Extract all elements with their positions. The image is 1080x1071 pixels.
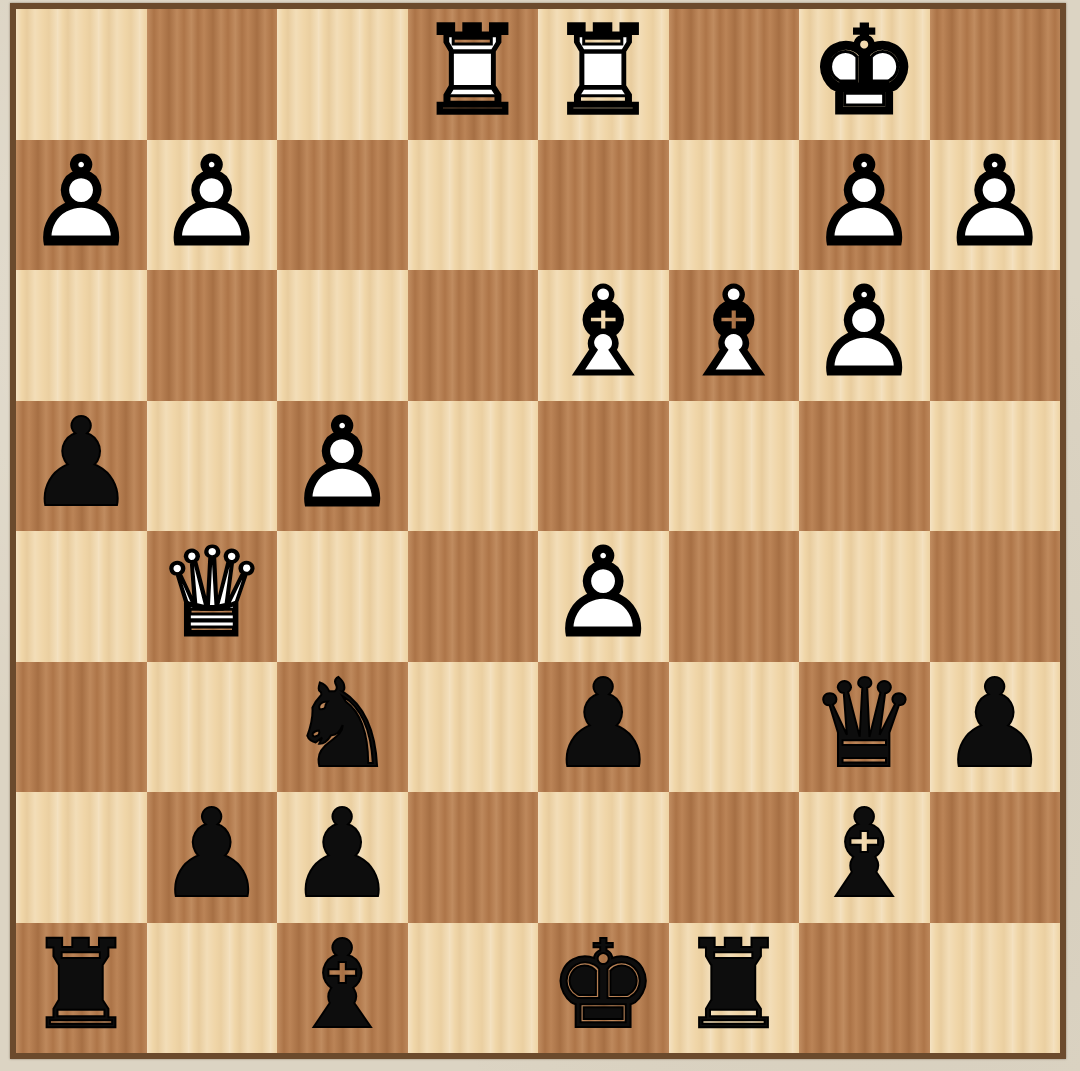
white-bishop-piece: ♝♗ [669, 270, 800, 401]
square-g3[interactable] [147, 270, 278, 401]
black-pawn-piece: ♟ [16, 401, 147, 532]
black-queen-piece: ♛ [799, 662, 930, 793]
square-a7[interactable] [930, 792, 1061, 923]
square-g1[interactable] [147, 9, 278, 140]
black-king-glyph: ♚ [538, 920, 669, 1051]
black-queen-glyph: ♛ [799, 659, 930, 790]
square-g7[interactable]: ♟ [147, 792, 278, 923]
square-g2[interactable]: ♟♙ [147, 140, 278, 271]
white-rook-piece: ♜♖ [538, 9, 669, 140]
square-f4[interactable]: ♟♙ [277, 401, 408, 532]
square-e1[interactable]: ♜♖ [408, 9, 539, 140]
square-e6[interactable] [408, 662, 539, 793]
square-e8[interactable] [408, 923, 539, 1054]
white-bishop-outline: ♗ [538, 267, 669, 398]
white-pawn-piece: ♟♙ [799, 140, 930, 271]
square-d4[interactable] [538, 401, 669, 532]
black-pawn-glyph: ♟ [16, 398, 147, 529]
square-c4[interactable] [669, 401, 800, 532]
square-d7[interactable] [538, 792, 669, 923]
black-pawn-glyph: ♟ [930, 659, 1061, 790]
square-a2[interactable]: ♟♙ [930, 140, 1061, 271]
square-d3[interactable]: ♝♗ [538, 270, 669, 401]
square-f3[interactable] [277, 270, 408, 401]
white-bishop-piece: ♝♗ [538, 270, 669, 401]
black-knight-glyph: ♞ [277, 659, 408, 790]
square-e2[interactable] [408, 140, 539, 271]
black-king-piece: ♚ [538, 923, 669, 1054]
square-h4[interactable]: ♟ [16, 401, 147, 532]
square-c3[interactable]: ♝♗ [669, 270, 800, 401]
square-g4[interactable] [147, 401, 278, 532]
black-rook-piece: ♜ [16, 923, 147, 1054]
square-h3[interactable] [16, 270, 147, 401]
square-c7[interactable] [669, 792, 800, 923]
black-bishop-glyph: ♝ [277, 920, 408, 1051]
square-f6[interactable]: ♞ [277, 662, 408, 793]
square-e5[interactable] [408, 531, 539, 662]
square-d1[interactable]: ♜♖ [538, 9, 669, 140]
square-e7[interactable] [408, 792, 539, 923]
white-pawn-outline: ♙ [799, 267, 930, 398]
square-e4[interactable] [408, 401, 539, 532]
square-h6[interactable] [16, 662, 147, 793]
white-queen-outline: ♕ [147, 528, 278, 659]
black-pawn-glyph: ♟ [277, 789, 408, 920]
white-pawn-outline: ♙ [147, 137, 278, 268]
white-bishop-outline: ♗ [669, 267, 800, 398]
white-pawn-outline: ♙ [799, 137, 930, 268]
white-rook-outline: ♖ [408, 6, 539, 137]
black-pawn-piece: ♟ [538, 662, 669, 793]
white-pawn-outline: ♙ [538, 528, 669, 659]
square-a6[interactable]: ♟ [930, 662, 1061, 793]
white-pawn-piece: ♟♙ [799, 270, 930, 401]
square-b4[interactable] [799, 401, 930, 532]
square-g5[interactable]: ♛♕ [147, 531, 278, 662]
square-f7[interactable]: ♟ [277, 792, 408, 923]
black-rook-piece: ♜ [669, 923, 800, 1054]
white-pawn-piece: ♟♙ [538, 531, 669, 662]
square-h8[interactable]: ♜ [16, 923, 147, 1054]
black-rook-glyph: ♜ [16, 920, 147, 1051]
square-c8[interactable]: ♜ [669, 923, 800, 1054]
chess-board: ♜♖♜♖♚♔♟♙♟♙♟♙♟♙♝♗♝♗♟♙♟♟♙♛♕♟♙♞♟♛♟♟♟♝♜♝♚♜ [16, 9, 1060, 1053]
white-pawn-outline: ♙ [277, 398, 408, 529]
square-b2[interactable]: ♟♙ [799, 140, 930, 271]
white-pawn-piece: ♟♙ [930, 140, 1061, 271]
white-king-outline: ♔ [799, 6, 930, 137]
square-c6[interactable] [669, 662, 800, 793]
square-d6[interactable]: ♟ [538, 662, 669, 793]
square-g8[interactable] [147, 923, 278, 1054]
square-f8[interactable]: ♝ [277, 923, 408, 1054]
white-queen-piece: ♛♕ [147, 531, 278, 662]
square-h5[interactable] [16, 531, 147, 662]
square-f2[interactable] [277, 140, 408, 271]
square-d5[interactable]: ♟♙ [538, 531, 669, 662]
square-b3[interactable]: ♟♙ [799, 270, 930, 401]
square-b6[interactable]: ♛ [799, 662, 930, 793]
black-knight-piece: ♞ [277, 662, 408, 793]
black-rook-glyph: ♜ [669, 920, 800, 1051]
square-d8[interactable]: ♚ [538, 923, 669, 1054]
square-g6[interactable] [147, 662, 278, 793]
square-b1[interactable]: ♚♔ [799, 9, 930, 140]
white-pawn-outline: ♙ [16, 137, 147, 268]
square-a1[interactable] [930, 9, 1061, 140]
square-f5[interactable] [277, 531, 408, 662]
square-d2[interactable] [538, 140, 669, 271]
square-a5[interactable] [930, 531, 1061, 662]
square-e3[interactable] [408, 270, 539, 401]
black-pawn-piece: ♟ [277, 792, 408, 923]
black-bishop-glyph: ♝ [799, 789, 930, 920]
white-rook-piece: ♜♖ [408, 9, 539, 140]
white-rook-outline: ♖ [538, 6, 669, 137]
white-king-piece: ♚♔ [799, 9, 930, 140]
square-b8[interactable] [799, 923, 930, 1054]
square-c1[interactable] [669, 9, 800, 140]
square-f1[interactable] [277, 9, 408, 140]
square-b7[interactable]: ♝ [799, 792, 930, 923]
white-pawn-piece: ♟♙ [16, 140, 147, 271]
chess-board-frame: ♜♖♜♖♚♔♟♙♟♙♟♙♟♙♝♗♝♗♟♙♟♟♙♛♕♟♙♞♟♛♟♟♟♝♜♝♚♜ [10, 3, 1066, 1059]
square-h7[interactable] [16, 792, 147, 923]
square-b5[interactable] [799, 531, 930, 662]
square-c5[interactable] [669, 531, 800, 662]
black-pawn-piece: ♟ [147, 792, 278, 923]
white-pawn-piece: ♟♙ [277, 401, 408, 532]
black-bishop-piece: ♝ [277, 923, 408, 1054]
black-pawn-piece: ♟ [930, 662, 1061, 793]
square-c2[interactable] [669, 140, 800, 271]
black-pawn-glyph: ♟ [147, 789, 278, 920]
black-bishop-piece: ♝ [799, 792, 930, 923]
square-a3[interactable] [930, 270, 1061, 401]
white-pawn-piece: ♟♙ [147, 140, 278, 271]
white-pawn-outline: ♙ [930, 137, 1061, 268]
square-a8[interactable] [930, 923, 1061, 1054]
black-pawn-glyph: ♟ [538, 659, 669, 790]
square-h1[interactable] [16, 9, 147, 140]
square-h2[interactable]: ♟♙ [16, 140, 147, 271]
square-a4[interactable] [930, 401, 1061, 532]
